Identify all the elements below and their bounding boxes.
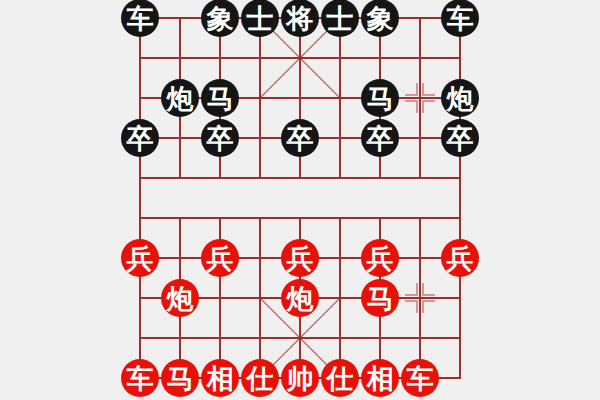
board-point-a2[interactable] [120, 78, 160, 118]
board-point-e5[interactable] [280, 198, 320, 238]
piece-black-soldier-a3[interactable]: 卒 [121, 119, 159, 157]
piece-black-soldier-i3[interactable]: 卒 [441, 119, 479, 157]
piece-red-soldier-a6[interactable]: 兵 [121, 239, 159, 277]
board-point-a5[interactable] [120, 198, 160, 238]
piece-red-horse-b9[interactable]: 马 [161, 359, 199, 397]
board-point-b3[interactable] [160, 118, 200, 158]
board-point-g4[interactable] [360, 158, 400, 198]
piece-red-soldier-e6[interactable]: 兵 [281, 239, 319, 277]
piece-black-elephant-g0[interactable]: 象 [361, 0, 399, 37]
board-point-g5[interactable] [360, 198, 400, 238]
piece-red-elephant-g9[interactable]: 相 [361, 359, 399, 397]
board-point-e4[interactable] [280, 158, 320, 198]
board-point-d3[interactable] [240, 118, 280, 158]
piece-red-general-e9[interactable]: 帅 [281, 359, 319, 397]
board-point-b6[interactable] [160, 238, 200, 278]
board-point-e8[interactable] [280, 318, 320, 358]
board-point-i9[interactable] [440, 358, 480, 398]
point-marker-h2 [405, 83, 435, 113]
board-point-f2[interactable] [320, 78, 360, 118]
xiangqi-board: 车象士将士象车炮马马炮卒卒卒卒卒兵兵兵兵兵炮炮马车马相仕帅仕相车 [0, 0, 600, 400]
piece-red-elephant-c9[interactable]: 相 [201, 359, 239, 397]
board-point-i7[interactable] [440, 278, 480, 318]
piece-red-cannon-b7[interactable]: 炮 [161, 279, 199, 317]
board-point-a7[interactable] [120, 278, 160, 318]
board-point-d6[interactable] [240, 238, 280, 278]
piece-black-soldier-g3[interactable]: 卒 [361, 119, 399, 157]
board-point-c5[interactable] [200, 198, 240, 238]
piece-red-soldier-c6[interactable]: 兵 [201, 239, 239, 277]
piece-red-advisor-f9[interactable]: 仕 [321, 359, 359, 397]
board-point-d2[interactable] [240, 78, 280, 118]
board-point-a1[interactable] [120, 38, 160, 78]
board-point-f1[interactable] [320, 38, 360, 78]
piece-black-soldier-e3[interactable]: 卒 [281, 119, 319, 157]
board-point-d7[interactable] [240, 278, 280, 318]
board-point-h1[interactable] [400, 38, 440, 78]
board-point-i8[interactable] [440, 318, 480, 358]
piece-black-horse-c2[interactable]: 马 [201, 79, 239, 117]
piece-black-cannon-i2[interactable]: 炮 [441, 79, 479, 117]
piece-red-soldier-i6[interactable]: 兵 [441, 239, 479, 277]
board-point-f7[interactable] [320, 278, 360, 318]
piece-black-advisor-d0[interactable]: 士 [241, 0, 279, 37]
piece-red-horse-g7[interactable]: 马 [361, 279, 399, 317]
board-point-a8[interactable] [120, 318, 160, 358]
board-point-d8[interactable] [240, 318, 280, 358]
board-point-f6[interactable] [320, 238, 360, 278]
board-grid: 车象士将士象车炮马马炮卒卒卒卒卒兵兵兵兵兵炮炮马车马相仕帅仕相车 [120, 0, 480, 398]
board-point-i5[interactable] [440, 198, 480, 238]
board-point-c7[interactable] [200, 278, 240, 318]
board-point-b8[interactable] [160, 318, 200, 358]
board-point-h5[interactable] [400, 198, 440, 238]
board-point-b0[interactable] [160, 0, 200, 38]
board-point-d1[interactable] [240, 38, 280, 78]
board-point-f4[interactable] [320, 158, 360, 198]
piece-red-chariot-h9[interactable]: 车 [401, 359, 439, 397]
board-point-h6[interactable] [400, 238, 440, 278]
piece-red-chariot-a9[interactable]: 车 [121, 359, 159, 397]
piece-black-cannon-b2[interactable]: 炮 [161, 79, 199, 117]
board-point-b4[interactable] [160, 158, 200, 198]
board-point-h8[interactable] [400, 318, 440, 358]
board-point-d4[interactable] [240, 158, 280, 198]
board-point-b5[interactable] [160, 198, 200, 238]
board-point-e2[interactable] [280, 78, 320, 118]
board-point-c1[interactable] [200, 38, 240, 78]
board-point-i4[interactable] [440, 158, 480, 198]
piece-red-advisor-d9[interactable]: 仕 [241, 359, 279, 397]
board-point-g8[interactable] [360, 318, 400, 358]
board-point-f8[interactable] [320, 318, 360, 358]
board-point-h0[interactable] [400, 0, 440, 38]
board-point-b1[interactable] [160, 38, 200, 78]
board-point-e1[interactable] [280, 38, 320, 78]
piece-black-chariot-i0[interactable]: 车 [441, 0, 479, 37]
board-point-f5[interactable] [320, 198, 360, 238]
board-point-c4[interactable] [200, 158, 240, 198]
board-point-h4[interactable] [400, 158, 440, 198]
board-point-a4[interactable] [120, 158, 160, 198]
board-point-c8[interactable] [200, 318, 240, 358]
piece-black-chariot-a0[interactable]: 车 [121, 0, 159, 37]
piece-red-cannon-e7[interactable]: 炮 [281, 279, 319, 317]
board-point-d5[interactable] [240, 198, 280, 238]
board-point-h3[interactable] [400, 118, 440, 158]
piece-black-elephant-c0[interactable]: 象 [201, 0, 239, 37]
board-point-f3[interactable] [320, 118, 360, 158]
piece-red-soldier-g6[interactable]: 兵 [361, 239, 399, 277]
piece-black-soldier-c3[interactable]: 卒 [201, 119, 239, 157]
point-marker-h7 [405, 283, 435, 313]
piece-black-general-e0[interactable]: 将 [281, 0, 319, 37]
board-point-g1[interactable] [360, 38, 400, 78]
piece-black-advisor-f0[interactable]: 士 [321, 0, 359, 37]
board-point-i1[interactable] [440, 38, 480, 78]
piece-black-horse-g2[interactable]: 马 [361, 79, 399, 117]
